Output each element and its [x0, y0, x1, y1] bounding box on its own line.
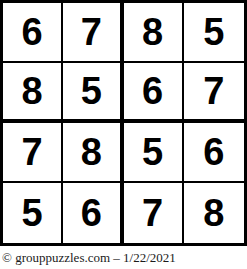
cell-r1c3[interactable]: 8: [124, 3, 184, 63]
cell-r1c2[interactable]: 7: [63, 3, 123, 63]
sudoku-board: 6785856778565678: [0, 0, 247, 246]
cell-r4c3[interactable]: 7: [124, 183, 184, 243]
cell-r2c4[interactable]: 7: [184, 63, 244, 123]
cell-r2c1[interactable]: 8: [3, 63, 63, 123]
cell-r2c3[interactable]: 6: [124, 63, 184, 123]
cell-r4c4[interactable]: 8: [184, 183, 244, 243]
puzzle-page: 6785856778565678 © grouppuzzles.com – 1/…: [0, 0, 247, 269]
cell-r3c4[interactable]: 6: [184, 123, 244, 183]
cell-r1c1[interactable]: 6: [3, 3, 63, 63]
cell-r3c2[interactable]: 8: [63, 123, 123, 183]
cell-r4c1[interactable]: 5: [3, 183, 63, 243]
cell-r3c3[interactable]: 5: [124, 123, 184, 183]
cell-r3c1[interactable]: 7: [3, 123, 63, 183]
cell-r4c2[interactable]: 6: [63, 183, 123, 243]
cell-r1c4[interactable]: 5: [184, 3, 244, 63]
cell-r2c2[interactable]: 5: [63, 63, 123, 123]
footer-credit: © grouppuzzles.com – 1/22/2021: [0, 246, 247, 269]
